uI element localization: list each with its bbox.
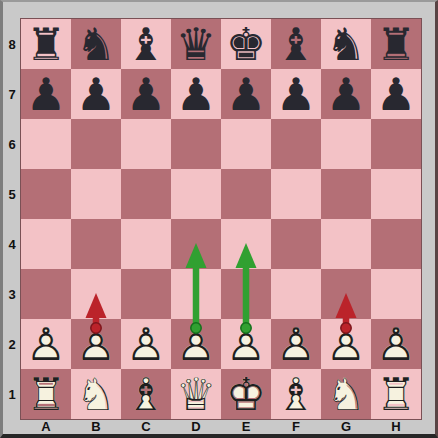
white-pawn-d2[interactable]: ♟♙ bbox=[171, 319, 221, 369]
square-a4[interactable] bbox=[21, 219, 71, 269]
file-label-e: E bbox=[221, 418, 271, 434]
square-b5[interactable] bbox=[71, 169, 121, 219]
white-pawn-h2[interactable]: ♟♙ bbox=[371, 319, 421, 369]
square-b6[interactable] bbox=[71, 119, 121, 169]
square-a2[interactable]: ♟♙ bbox=[21, 319, 71, 369]
chess-board-frame: 87654321 ♜♞♝♛♚♝♞♜♟♟♟♟♟♟♟♟♟♙♟♙♟♙♟♙♟♙♟♙♟♙♟… bbox=[0, 0, 438, 438]
square-c5[interactable] bbox=[121, 169, 171, 219]
square-h5[interactable] bbox=[371, 169, 421, 219]
square-d4[interactable] bbox=[171, 219, 221, 269]
rank-label-6: 6 bbox=[3, 119, 21, 169]
black-knight-b8[interactable]: ♞ bbox=[71, 19, 121, 69]
white-rook-a1[interactable]: ♜♖ bbox=[21, 369, 71, 419]
square-f1[interactable]: ♝♗ bbox=[271, 369, 321, 419]
square-f7[interactable]: ♟ bbox=[271, 69, 321, 119]
rank-label-7: 7 bbox=[3, 69, 21, 119]
square-c4[interactable] bbox=[121, 219, 171, 269]
square-c6[interactable] bbox=[121, 119, 171, 169]
square-e5[interactable] bbox=[221, 169, 271, 219]
black-bishop-f8[interactable]: ♝ bbox=[271, 19, 321, 69]
square-h4[interactable] bbox=[371, 219, 421, 269]
square-e7[interactable]: ♟ bbox=[221, 69, 271, 119]
file-label-d: D bbox=[171, 418, 221, 434]
rank-label-3: 3 bbox=[3, 269, 21, 319]
black-queen-d8[interactable]: ♛ bbox=[171, 19, 221, 69]
file-label-c: C bbox=[121, 418, 171, 434]
square-f6[interactable] bbox=[271, 119, 321, 169]
black-pawn-a7[interactable]: ♟ bbox=[21, 69, 71, 119]
square-a3[interactable] bbox=[21, 269, 71, 319]
square-g4[interactable] bbox=[321, 219, 371, 269]
square-b2[interactable]: ♟♙ bbox=[71, 319, 121, 369]
square-b4[interactable] bbox=[71, 219, 121, 269]
white-pawn-g2[interactable]: ♟♙ bbox=[321, 319, 371, 369]
square-g8[interactable]: ♞ bbox=[321, 19, 371, 69]
square-g5[interactable] bbox=[321, 169, 371, 219]
square-c2[interactable]: ♟♙ bbox=[121, 319, 171, 369]
square-d6[interactable] bbox=[171, 119, 221, 169]
square-a5[interactable] bbox=[21, 169, 71, 219]
square-a7[interactable]: ♟ bbox=[21, 69, 71, 119]
file-label-h: H bbox=[371, 418, 421, 434]
white-pawn-c2[interactable]: ♟♙ bbox=[121, 319, 171, 369]
white-bishop-c1[interactable]: ♝♗ bbox=[121, 369, 171, 419]
white-bishop-f1[interactable]: ♝♗ bbox=[271, 369, 321, 419]
white-rook-h1[interactable]: ♜♖ bbox=[371, 369, 421, 419]
black-king-e8[interactable]: ♚ bbox=[221, 19, 271, 69]
black-pawn-e7[interactable]: ♟ bbox=[221, 69, 271, 119]
square-b3[interactable] bbox=[71, 269, 121, 319]
square-g1[interactable]: ♞♘ bbox=[321, 369, 371, 419]
square-g6[interactable] bbox=[321, 119, 371, 169]
rank-labels: 87654321 bbox=[3, 19, 21, 419]
square-e8[interactable]: ♚ bbox=[221, 19, 271, 69]
file-label-a: A bbox=[21, 418, 71, 434]
white-knight-g1[interactable]: ♞♘ bbox=[321, 369, 371, 419]
square-g3[interactable] bbox=[321, 269, 371, 319]
square-f4[interactable] bbox=[271, 219, 321, 269]
square-b7[interactable]: ♟ bbox=[71, 69, 121, 119]
file-label-b: B bbox=[71, 418, 121, 434]
black-pawn-f7[interactable]: ♟ bbox=[271, 69, 321, 119]
square-g7[interactable]: ♟ bbox=[321, 69, 371, 119]
square-c7[interactable]: ♟ bbox=[121, 69, 171, 119]
square-e1[interactable]: ♚♔ bbox=[221, 369, 271, 419]
square-e3[interactable] bbox=[221, 269, 271, 319]
square-e4[interactable] bbox=[221, 219, 271, 269]
square-d1[interactable]: ♛♕ bbox=[171, 369, 221, 419]
square-a6[interactable] bbox=[21, 119, 71, 169]
rank-label-2: 2 bbox=[3, 319, 21, 369]
square-c3[interactable] bbox=[121, 269, 171, 319]
white-pawn-a2[interactable]: ♟♙ bbox=[21, 319, 71, 369]
square-h1[interactable]: ♜♖ bbox=[371, 369, 421, 419]
square-c8[interactable]: ♝ bbox=[121, 19, 171, 69]
square-f5[interactable] bbox=[271, 169, 321, 219]
file-labels: ABCDEFGH bbox=[21, 418, 421, 434]
square-h2[interactable]: ♟♙ bbox=[371, 319, 421, 369]
square-b8[interactable]: ♞ bbox=[71, 19, 121, 69]
square-h3[interactable] bbox=[371, 269, 421, 319]
black-rook-a8[interactable]: ♜ bbox=[21, 19, 71, 69]
square-f8[interactable]: ♝ bbox=[271, 19, 321, 69]
square-h8[interactable]: ♜ bbox=[371, 19, 421, 69]
rank-label-8: 8 bbox=[3, 19, 21, 69]
square-b1[interactable]: ♞♘ bbox=[71, 369, 121, 419]
square-a1[interactable]: ♜♖ bbox=[21, 369, 71, 419]
black-pawn-d7[interactable]: ♟ bbox=[171, 69, 221, 119]
white-king-e1[interactable]: ♚♔ bbox=[221, 369, 271, 419]
black-pawn-c7[interactable]: ♟ bbox=[121, 69, 171, 119]
file-label-g: G bbox=[321, 418, 371, 434]
square-c1[interactable]: ♝♗ bbox=[121, 369, 171, 419]
square-a8[interactable]: ♜ bbox=[21, 19, 71, 69]
square-h6[interactable] bbox=[371, 119, 421, 169]
square-d8[interactable]: ♛ bbox=[171, 19, 221, 69]
black-knight-g8[interactable]: ♞ bbox=[321, 19, 371, 69]
square-g2[interactable]: ♟♙ bbox=[321, 319, 371, 369]
rank-label-5: 5 bbox=[3, 169, 21, 219]
square-h7[interactable]: ♟ bbox=[371, 69, 421, 119]
black-pawn-b7[interactable]: ♟ bbox=[71, 69, 121, 119]
square-e6[interactable] bbox=[221, 119, 271, 169]
chess-board[interactable]: ♜♞♝♛♚♝♞♜♟♟♟♟♟♟♟♟♟♙♟♙♟♙♟♙♟♙♟♙♟♙♟♙♜♖♞♘♝♗♛♕… bbox=[21, 19, 421, 419]
white-pawn-e2[interactable]: ♟♙ bbox=[221, 319, 271, 369]
square-f2[interactable]: ♟♙ bbox=[271, 319, 321, 369]
white-pawn-b2[interactable]: ♟♙ bbox=[71, 319, 121, 369]
rank-label-1: 1 bbox=[3, 369, 21, 419]
white-knight-b1[interactable]: ♞♘ bbox=[71, 369, 121, 419]
square-e2[interactable]: ♟♙ bbox=[221, 319, 271, 369]
black-rook-h8[interactable]: ♜ bbox=[371, 19, 421, 69]
white-queen-d1[interactable]: ♛♕ bbox=[171, 369, 221, 419]
square-f3[interactable] bbox=[271, 269, 321, 319]
black-pawn-h7[interactable]: ♟ bbox=[371, 69, 421, 119]
black-pawn-g7[interactable]: ♟ bbox=[321, 69, 371, 119]
square-d2[interactable]: ♟♙ bbox=[171, 319, 221, 369]
square-d7[interactable]: ♟ bbox=[171, 69, 221, 119]
square-d3[interactable] bbox=[171, 269, 221, 319]
rank-label-4: 4 bbox=[3, 219, 21, 269]
black-bishop-c8[interactable]: ♝ bbox=[121, 19, 171, 69]
white-pawn-f2[interactable]: ♟♙ bbox=[271, 319, 321, 369]
square-d5[interactable] bbox=[171, 169, 221, 219]
file-label-f: F bbox=[271, 418, 321, 434]
